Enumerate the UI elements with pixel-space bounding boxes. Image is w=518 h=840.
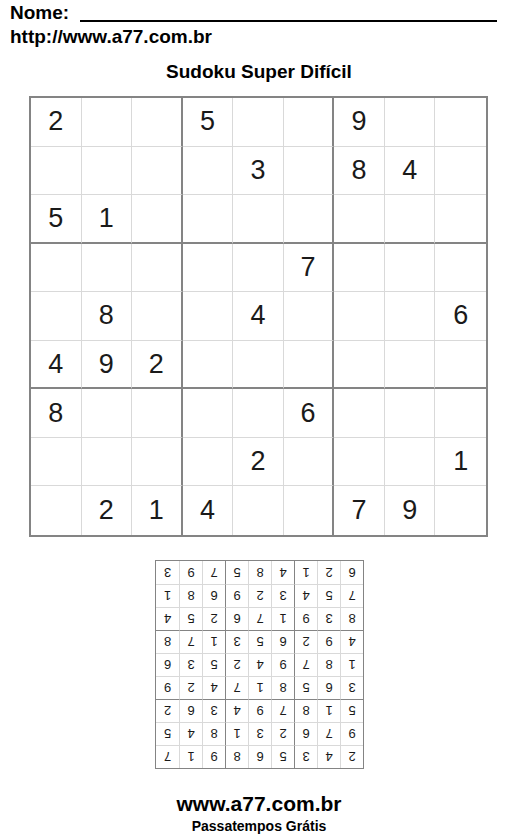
cell-r9c9-empty[interactable] [435, 486, 486, 535]
solution-cell-r7c8: 5 [179, 607, 202, 630]
cell-r3c3-empty[interactable] [132, 195, 183, 244]
solution-cell-r9c9: 3 [156, 561, 179, 584]
cell-r7c8-empty[interactable] [385, 389, 436, 438]
solution-cell-r7c6: 6 [225, 607, 248, 630]
cell-r6c6-empty[interactable] [284, 341, 335, 390]
solution-cell-r8c7: 6 [202, 584, 225, 607]
solution-cell-r3c3: 8 [294, 699, 317, 722]
solution-cell-r1c6: 8 [225, 745, 248, 768]
solution-cell-r7c1: 8 [340, 607, 363, 630]
solution-cell-r4c3: 5 [294, 676, 317, 699]
solution-cell-r4c4: 8 [271, 676, 294, 699]
solution-cell-r2c8: 4 [179, 722, 202, 745]
solution-cell-r2c9: 5 [156, 722, 179, 745]
cell-r9c1-empty[interactable] [31, 486, 82, 535]
cell-r6c4-empty[interactable] [183, 341, 234, 390]
cell-r8c7-empty[interactable] [334, 438, 385, 487]
solution-cell-r8c8: 8 [179, 584, 202, 607]
cell-r9c3-given: 1 [132, 486, 183, 535]
cell-r6c8-empty[interactable] [385, 341, 436, 390]
cell-r1c9-empty[interactable] [435, 98, 486, 147]
solution-cell-r8c9: 1 [156, 584, 179, 607]
solution-cell-r6c1: 4 [340, 630, 363, 653]
cell-r5c1-empty[interactable] [31, 292, 82, 341]
cell-r2c6-empty[interactable] [284, 147, 335, 196]
cell-r9c6-empty[interactable] [284, 486, 335, 535]
solution-cell-r6c8: 7 [179, 630, 202, 653]
solution-cell-r4c5: 1 [248, 676, 271, 699]
cell-r8c4-empty[interactable] [183, 438, 234, 487]
solution-cell-r4c2: 6 [317, 676, 340, 699]
footer-tagline-text: Passatempos Grátis [0, 818, 518, 834]
cell-r1c6-empty[interactable] [284, 98, 335, 147]
solution-cell-r8c6: 9 [225, 584, 248, 607]
solution-cell-r3c8: 6 [179, 699, 202, 722]
solution-cell-r3c4: 7 [271, 699, 294, 722]
solution-cell-r6c9: 8 [156, 630, 179, 653]
cell-r1c7-given: 9 [334, 98, 385, 147]
cell-r5c7-empty[interactable] [334, 292, 385, 341]
footer-site-text: www.a77.com.br [0, 792, 518, 816]
solution-cell-r6c6: 3 [225, 630, 248, 653]
cell-r2c9-empty[interactable] [435, 147, 486, 196]
name-fill-line[interactable] [80, 20, 497, 22]
solution-cell-r1c3: 3 [294, 745, 317, 768]
cell-r4c8-empty[interactable] [385, 244, 436, 293]
cell-r9c2-given: 2 [82, 486, 133, 535]
cell-r4c4-empty[interactable] [183, 244, 234, 293]
solution-cell-r2c7: 8 [202, 722, 225, 745]
cell-r5c5-given: 4 [233, 292, 284, 341]
solution-cell-r7c9: 4 [156, 607, 179, 630]
solution-cell-r7c7: 2 [202, 607, 225, 630]
cell-r7c7-empty[interactable] [334, 389, 385, 438]
cell-r3c5-empty[interactable] [233, 195, 284, 244]
solution-cell-r9c4: 4 [271, 561, 294, 584]
solution-cell-r1c7: 9 [202, 745, 225, 768]
sudoku-solution-grid-upside-down: 2435689179762318455187943623658174291879… [155, 560, 364, 769]
solution-cell-r8c5: 2 [248, 584, 271, 607]
cell-r7c4-empty[interactable] [183, 389, 234, 438]
cell-r5c4-empty[interactable] [183, 292, 234, 341]
cell-r9c8-given: 9 [385, 486, 436, 535]
solution-cell-r6c3: 2 [294, 630, 317, 653]
solution-cell-r9c5: 8 [248, 561, 271, 584]
solution-cell-r1c2: 4 [317, 745, 340, 768]
solution-cell-r9c3: 1 [294, 561, 317, 584]
cell-r1c8-empty[interactable] [385, 98, 436, 147]
cell-r3c1-given: 5 [31, 195, 82, 244]
solution-cell-r2c5: 3 [248, 722, 271, 745]
solution-cell-r3c7: 3 [202, 699, 225, 722]
solution-cell-r2c1: 9 [340, 722, 363, 745]
solution-cell-r4c7: 4 [202, 676, 225, 699]
solution-cell-r1c1: 2 [340, 745, 363, 768]
solution-cell-r3c2: 1 [317, 699, 340, 722]
cell-r1c5-empty[interactable] [233, 98, 284, 147]
solution-cell-r5c6: 2 [225, 653, 248, 676]
cell-r9c5-empty[interactable] [233, 486, 284, 535]
cell-r2c8-given: 4 [385, 147, 436, 196]
cell-r8c3-empty[interactable] [132, 438, 183, 487]
solution-cell-r9c8: 9 [179, 561, 202, 584]
solution-cell-r1c5: 6 [248, 745, 271, 768]
cell-r8c1-empty[interactable] [31, 438, 82, 487]
cell-r8c9-given: 1 [435, 438, 486, 487]
solution-cell-r5c4: 9 [271, 653, 294, 676]
solution-cell-r5c1: 1 [340, 653, 363, 676]
cell-r6c7-empty[interactable] [334, 341, 385, 390]
cell-r4c9-empty[interactable] [435, 244, 486, 293]
cell-r4c3-empty[interactable] [132, 244, 183, 293]
cell-r3c7-empty[interactable] [334, 195, 385, 244]
solution-cell-r5c5: 4 [248, 653, 271, 676]
solution-cell-r8c3: 4 [294, 584, 317, 607]
solution-cell-r5c3: 7 [294, 653, 317, 676]
solution-cell-r6c5: 5 [248, 630, 271, 653]
solution-cell-r2c6: 1 [225, 722, 248, 745]
solution-cell-r1c9: 7 [156, 745, 179, 768]
solution-cell-r9c2: 2 [317, 561, 340, 584]
solution-cell-r9c1: 6 [340, 561, 363, 584]
solution-cell-r7c5: 7 [248, 607, 271, 630]
cell-r7c1-given: 8 [31, 389, 82, 438]
cell-r4c6-given: 7 [284, 244, 335, 293]
cell-r6c2-given: 9 [82, 341, 133, 390]
cell-r8c6-empty[interactable] [284, 438, 335, 487]
cell-r1c3-empty[interactable] [132, 98, 183, 147]
cell-r2c4-empty[interactable] [183, 147, 234, 196]
cell-r7c5-empty[interactable] [233, 389, 284, 438]
site-url-text: http://www.a77.com.br [10, 26, 212, 48]
solution-cell-r2c2: 7 [317, 722, 340, 745]
cell-r3c4-empty[interactable] [183, 195, 234, 244]
cell-r2c5-given: 3 [233, 147, 284, 196]
solution-cell-r3c5: 9 [248, 699, 271, 722]
cell-r5c2-given: 8 [82, 292, 133, 341]
cell-r6c5-empty[interactable] [233, 341, 284, 390]
cell-r5c3-empty[interactable] [132, 292, 183, 341]
solution-cell-r6c4: 6 [271, 630, 294, 653]
solution-cell-r5c2: 8 [317, 653, 340, 676]
cell-r9c7-given: 7 [334, 486, 385, 535]
cell-r1c2-empty[interactable] [82, 98, 133, 147]
cell-r7c2-empty[interactable] [82, 389, 133, 438]
cell-r3c9-empty[interactable] [435, 195, 486, 244]
solution-cell-r9c7: 7 [202, 561, 225, 584]
cell-r2c1-empty[interactable] [31, 147, 82, 196]
solution-cell-r6c2: 9 [317, 630, 340, 653]
cell-r6c9-empty[interactable] [435, 341, 486, 390]
cell-r4c2-empty[interactable] [82, 244, 133, 293]
cell-r1c1-given: 2 [31, 98, 82, 147]
solution-cell-r7c4: 1 [271, 607, 294, 630]
solution-cell-r8c2: 5 [317, 584, 340, 607]
cell-r3c8-empty[interactable] [385, 195, 436, 244]
solution-cell-r6c7: 1 [202, 630, 225, 653]
solution-cell-r4c6: 7 [225, 676, 248, 699]
cell-r7c9-empty[interactable] [435, 389, 486, 438]
puzzle-title: Sudoku Super Difícil [0, 61, 518, 83]
solution-cell-r2c4: 2 [271, 722, 294, 745]
sudoku-puzzle-grid: 259384517846492862121479 [29, 96, 488, 537]
cell-r9c4-given: 4 [183, 486, 234, 535]
cell-r2c2-empty[interactable] [82, 147, 133, 196]
solution-cell-r8c1: 7 [340, 584, 363, 607]
cell-r5c8-empty[interactable] [385, 292, 436, 341]
solution-cell-r9c6: 5 [225, 561, 248, 584]
name-label: Nome: [10, 2, 69, 24]
cell-r6c3-given: 2 [132, 341, 183, 390]
cell-r2c3-empty[interactable] [132, 147, 183, 196]
solution-cell-r7c2: 3 [317, 607, 340, 630]
solution-cell-r1c8: 1 [179, 745, 202, 768]
cell-r7c6-given: 6 [284, 389, 335, 438]
solution-cell-r4c8: 2 [179, 676, 202, 699]
cell-r8c5-given: 2 [233, 438, 284, 487]
cell-r4c7-empty[interactable] [334, 244, 385, 293]
solution-cell-r4c1: 3 [340, 676, 363, 699]
solution-cell-r5c8: 3 [179, 653, 202, 676]
cell-r5c9-given: 6 [435, 292, 486, 341]
cell-r3c6-empty[interactable] [284, 195, 335, 244]
solution-cell-r1c4: 5 [271, 745, 294, 768]
solution-cell-r4c9: 9 [156, 676, 179, 699]
cell-r4c5-empty[interactable] [233, 244, 284, 293]
solution-cell-r3c1: 5 [340, 699, 363, 722]
cell-r5c6-empty[interactable] [284, 292, 335, 341]
cell-r6c1-given: 4 [31, 341, 82, 390]
solution-cell-r3c6: 4 [225, 699, 248, 722]
cell-r3c2-given: 1 [82, 195, 133, 244]
cell-r8c8-empty[interactable] [385, 438, 436, 487]
solution-cell-r8c4: 3 [271, 584, 294, 607]
solution-cell-r3c9: 2 [156, 699, 179, 722]
solution-cell-r7c3: 9 [294, 607, 317, 630]
solution-cell-r5c9: 6 [156, 653, 179, 676]
cell-r4c1-empty[interactable] [31, 244, 82, 293]
cell-r8c2-empty[interactable] [82, 438, 133, 487]
cell-r1c4-given: 5 [183, 98, 234, 147]
cell-r2c7-given: 8 [334, 147, 385, 196]
cell-r7c3-empty[interactable] [132, 389, 183, 438]
solution-cell-r2c3: 6 [294, 722, 317, 745]
solution-cell-r5c7: 5 [202, 653, 225, 676]
